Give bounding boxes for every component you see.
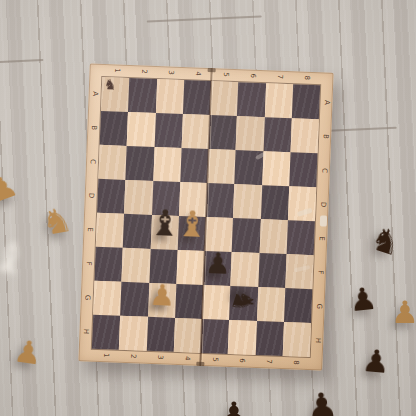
square-c5[interactable] xyxy=(207,149,236,184)
coordinate-label: D xyxy=(319,202,326,208)
square-f7[interactable] xyxy=(258,253,287,288)
square-g1[interactable] xyxy=(93,281,122,316)
square-g4[interactable] xyxy=(175,284,204,319)
square-c3[interactable] xyxy=(153,147,182,182)
square-g7[interactable] xyxy=(257,287,286,322)
coordinate-label: C xyxy=(88,159,95,164)
square-b7[interactable] xyxy=(263,117,292,152)
dark-pawn-right[interactable]: ♟ xyxy=(347,280,378,319)
coordinate-label: A xyxy=(91,91,98,96)
light-pawn-g3[interactable]: ♟ xyxy=(148,278,175,313)
square-b3[interactable] xyxy=(154,113,183,148)
square-f4[interactable] xyxy=(176,250,205,285)
square-h5[interactable] xyxy=(201,319,230,354)
coordinate-label: 4 xyxy=(183,356,190,361)
square-a7[interactable] xyxy=(264,83,293,118)
coordinate-label: 6 xyxy=(238,358,245,363)
square-h8[interactable] xyxy=(282,322,311,357)
square-f8[interactable] xyxy=(285,254,314,289)
coordinate-label: F xyxy=(85,261,92,265)
coordinate-label: H xyxy=(82,329,89,335)
square-a4[interactable] xyxy=(183,80,212,115)
coordinate-label: 2 xyxy=(140,69,147,74)
light-pawn-right-edge[interactable]: ♟ xyxy=(391,294,416,330)
square-e1[interactable] xyxy=(96,213,125,248)
square-b8[interactable] xyxy=(290,118,319,153)
square-h6[interactable] xyxy=(228,320,257,355)
square-h3[interactable] xyxy=(146,317,175,352)
coordinate-label: 3 xyxy=(156,355,163,360)
dark-pawn-f5[interactable]: ♟ xyxy=(204,246,231,281)
knight-stamp-icon: ♞ xyxy=(104,77,117,91)
square-a8[interactable] xyxy=(292,84,321,119)
square-e2[interactable] xyxy=(123,214,152,249)
square-a6[interactable] xyxy=(237,82,266,117)
square-b4[interactable] xyxy=(181,114,210,149)
dark-pawn-right-lower[interactable]: ♟ xyxy=(361,342,392,380)
square-a5[interactable] xyxy=(210,81,239,116)
square-d7[interactable] xyxy=(260,185,289,220)
hinge-notch-top xyxy=(208,68,216,72)
coordinate-label: 7 xyxy=(265,359,272,364)
square-h7[interactable] xyxy=(255,321,284,356)
coordinate-label: 8 xyxy=(303,75,310,80)
coordinate-label: G xyxy=(315,304,322,310)
square-b6[interactable] xyxy=(236,116,265,151)
coordinate-label: E xyxy=(86,227,93,232)
coordinate-label: 2 xyxy=(129,354,136,359)
coordinate-label: H xyxy=(314,338,321,344)
light-pawn-bottom-left[interactable]: ♟ xyxy=(12,332,45,372)
scuff-mark xyxy=(320,215,327,226)
chess-board: ♞ 1234567812345678ABCDEFGHABCDEFGH♝♝♟♟♞ xyxy=(78,63,333,370)
square-c4[interactable] xyxy=(180,148,209,183)
square-c2[interactable] xyxy=(126,146,155,181)
light-bishop-e4[interactable]: ♝ xyxy=(175,203,209,245)
square-h4[interactable] xyxy=(174,318,203,353)
coordinate-label: D xyxy=(87,193,94,199)
square-c7[interactable] xyxy=(262,151,291,186)
square-e6[interactable] xyxy=(232,218,261,253)
square-g8[interactable] xyxy=(284,288,313,323)
square-c1[interactable] xyxy=(98,145,127,180)
square-h2[interactable] xyxy=(119,316,148,351)
coordinate-label: 6 xyxy=(249,73,256,78)
square-f2[interactable] xyxy=(122,248,151,283)
coordinate-label: G xyxy=(83,295,90,301)
coordinate-label: B xyxy=(322,134,329,139)
coordinate-label: 4 xyxy=(194,71,201,76)
square-a3[interactable] xyxy=(155,79,184,114)
square-g2[interactable] xyxy=(120,282,149,317)
coordinate-label: C xyxy=(320,168,327,173)
square-c8[interactable] xyxy=(289,152,318,187)
square-e7[interactable] xyxy=(259,219,288,254)
coordinate-label: 1 xyxy=(113,68,120,73)
coordinate-label: 8 xyxy=(292,360,299,365)
dark-pawn-bottom-middle[interactable]: ♟ xyxy=(220,395,248,416)
coordinate-label: 1 xyxy=(102,353,109,358)
square-f1[interactable] xyxy=(94,247,123,282)
square-a1[interactable]: ♞ xyxy=(101,77,130,112)
square-d6[interactable] xyxy=(233,184,262,219)
square-d8[interactable] xyxy=(288,186,317,221)
coordinate-label: 5 xyxy=(211,357,218,362)
coordinate-label: 3 xyxy=(167,70,174,75)
coordinate-label: F xyxy=(316,270,323,274)
dark-pawn-bottom-right[interactable]: ♟ xyxy=(305,385,340,416)
square-e8[interactable] xyxy=(286,220,315,255)
square-b5[interactable] xyxy=(209,115,238,150)
coordinate-label: 5 xyxy=(222,72,229,77)
coordinate-label: B xyxy=(90,125,97,130)
square-a2[interactable] xyxy=(128,78,157,113)
square-d1[interactable] xyxy=(97,179,126,214)
square-b1[interactable] xyxy=(100,111,129,146)
square-d5[interactable] xyxy=(206,183,235,218)
scene: ♞ 1234567812345678ABCDEFGHABCDEFGH♝♝♟♟♞ … xyxy=(0,0,416,416)
square-b2[interactable] xyxy=(127,112,156,147)
square-h1[interactable] xyxy=(92,315,121,350)
coordinate-label: A xyxy=(323,100,330,105)
hinge-notch-bottom xyxy=(196,362,204,366)
coordinate-label: E xyxy=(318,236,325,241)
square-f6[interactable] xyxy=(231,252,260,287)
coordinate-label: 7 xyxy=(276,74,283,79)
